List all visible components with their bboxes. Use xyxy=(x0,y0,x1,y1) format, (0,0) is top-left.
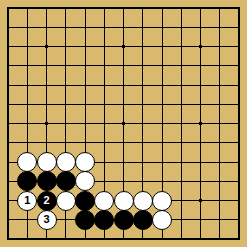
stone-white[interactable] xyxy=(133,191,153,211)
star-point xyxy=(199,122,202,125)
stone-black[interactable] xyxy=(94,210,114,230)
star-point xyxy=(199,45,202,48)
stone-white[interactable] xyxy=(114,191,134,211)
move-stone-3[interactable]: 3 xyxy=(37,210,57,230)
star-point xyxy=(122,45,125,48)
star-point xyxy=(45,122,48,125)
grid-line-horizontal xyxy=(8,142,239,143)
stone-white[interactable] xyxy=(56,191,76,211)
go-board[interactable]: 123 xyxy=(0,0,247,247)
stone-black[interactable] xyxy=(37,171,57,191)
stone-white[interactable] xyxy=(94,191,114,211)
stone-label: 1 xyxy=(24,195,30,206)
move-stone-1[interactable]: 1 xyxy=(17,191,37,211)
stone-white[interactable] xyxy=(75,152,95,172)
stone-black[interactable] xyxy=(75,191,95,211)
stone-white[interactable] xyxy=(56,152,76,172)
grid-line-vertical xyxy=(219,8,220,239)
move-stone-2[interactable]: 2 xyxy=(37,191,57,211)
stone-white[interactable] xyxy=(37,152,57,172)
stone-label: 2 xyxy=(43,195,49,206)
stone-white[interactable] xyxy=(152,191,172,211)
star-point xyxy=(45,45,48,48)
stone-black[interactable] xyxy=(56,171,76,191)
stone-black[interactable] xyxy=(75,210,95,230)
stone-label: 3 xyxy=(43,214,49,225)
stone-white[interactable] xyxy=(152,210,172,230)
star-point xyxy=(122,122,125,125)
stone-black[interactable] xyxy=(114,210,134,230)
grid-line-vertical xyxy=(181,8,182,239)
star-point xyxy=(199,199,202,202)
stone-black[interactable] xyxy=(133,210,153,230)
